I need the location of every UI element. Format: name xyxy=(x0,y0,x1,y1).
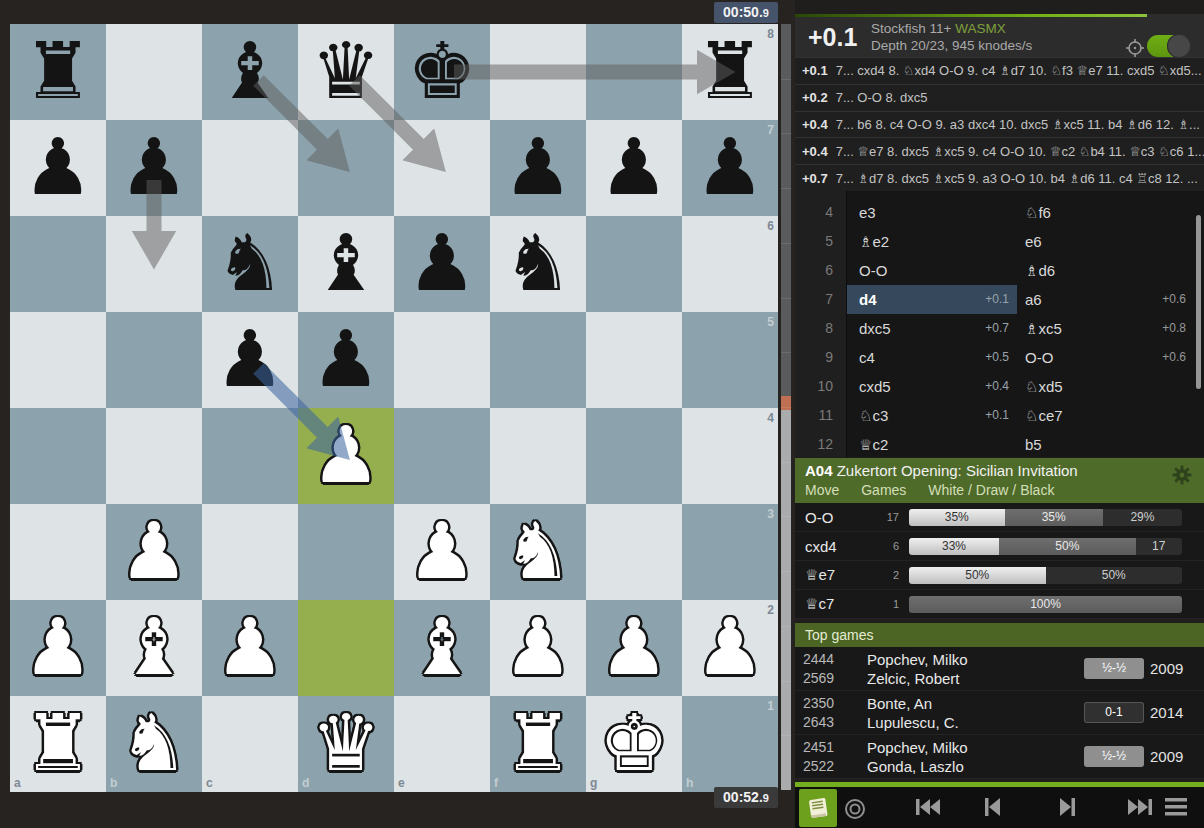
black-move-12[interactable]: b5 xyxy=(1017,430,1204,457)
black-move-7[interactable]: a6+0.6 xyxy=(1017,285,1204,314)
rank-label-2: 2 xyxy=(767,603,774,617)
square-b8[interactable] xyxy=(106,24,202,120)
file-label-d: d xyxy=(302,776,309,790)
black-pawn-b7[interactable]: ♟ xyxy=(106,120,202,216)
square-f8[interactable] xyxy=(490,24,586,120)
file-label-a: a xyxy=(14,776,21,790)
move-number: 6 xyxy=(795,256,847,285)
square-f2[interactable]: ♟ xyxy=(490,600,586,696)
rank-label-3: 3 xyxy=(767,507,774,521)
square-e5[interactable] xyxy=(394,312,490,408)
engine-box: +0.1 Stockfish 11+ WASMX Depth 20/23, 94… xyxy=(795,14,1204,57)
square-a3[interactable] xyxy=(10,504,106,600)
square-h6[interactable]: 6 xyxy=(682,216,778,312)
square-g1[interactable]: ♚g xyxy=(586,696,682,792)
step-back-button[interactable] xyxy=(981,795,1005,819)
square-b3[interactable]: ♟ xyxy=(106,504,202,600)
square-d4[interactable]: ♟ xyxy=(298,408,394,504)
move-row-3: 3♗b2d5 xyxy=(795,191,1204,198)
analysis-app-window: ♜♝♛♚♜8♟♟♟♟♟7♞♝♟♞6♟♟5♟4♟♟♞3♟♝♟♝♟♟♟2♜a♞bc♛… xyxy=(0,0,1204,828)
square-g5[interactable] xyxy=(586,312,682,408)
black-knight-c6[interactable]: ♞ xyxy=(202,216,298,312)
move-number: 5 xyxy=(795,227,847,256)
square-e3[interactable]: ♟ xyxy=(394,504,490,600)
square-e6[interactable]: ♟ xyxy=(394,216,490,312)
engine-line-3[interactable]: +0.47... b6 8. c4 O-O 9. a3 dxc4 10. dxc… xyxy=(795,111,1204,138)
move-number: 3 xyxy=(795,191,847,198)
white-pawn-c2[interactable]: ♟ xyxy=(202,600,298,696)
rank-label-7: 7 xyxy=(767,123,774,137)
line-moves: 7... ♗d7 8. dxc5 ♗xc5 9. a3 O-O 10. b4 ♗… xyxy=(836,171,1198,186)
white-king-g1[interactable]: ♚ xyxy=(586,696,682,792)
top-game-row[interactable]: 23502643Bonte, AnLupulescu, C.0-12014 xyxy=(795,691,1204,735)
explorer-settings-gear-icon[interactable] xyxy=(1172,465,1192,485)
move-number: 4 xyxy=(795,198,847,227)
game-year: 2009 xyxy=(1150,660,1204,677)
file-label-g: g xyxy=(590,776,597,790)
square-d6[interactable]: ♝ xyxy=(298,216,394,312)
result-segment-draw: 35% xyxy=(1005,509,1103,526)
square-d1[interactable]: ♛d xyxy=(298,696,394,792)
black-pawn-h7[interactable]: ♟ xyxy=(682,120,778,216)
engine-depth: Depth 20/23, 945 knodes/s xyxy=(871,37,1032,54)
white-move-7[interactable]: d4+0.1 xyxy=(847,285,1017,314)
square-h4[interactable]: 4 xyxy=(682,408,778,504)
result-badge: ½-½ xyxy=(1084,658,1144,679)
white-move-10[interactable]: cxd5+0.4 xyxy=(847,372,1017,401)
square-h2[interactable]: ♟2 xyxy=(682,600,778,696)
square-a4[interactable] xyxy=(10,408,106,504)
black-bishop-c8[interactable]: ♝ xyxy=(202,24,298,120)
explorer-games-count: 17 xyxy=(869,511,899,523)
square-a5[interactable] xyxy=(10,312,106,408)
explorer-move: ♕e7 xyxy=(805,566,869,584)
result-bar: 50%50% xyxy=(909,567,1182,584)
move-row-6: 6O-O♗d6 xyxy=(795,256,1204,285)
file-label-b: b xyxy=(110,776,117,790)
square-c8[interactable]: ♝ xyxy=(202,24,298,120)
square-h3[interactable]: 3 xyxy=(682,504,778,600)
col-results: White / Draw / Black xyxy=(928,482,1054,498)
square-a1[interactable]: ♜a xyxy=(10,696,106,792)
white-rook-f1[interactable]: ♜ xyxy=(490,696,586,792)
line-eval: +0.2 xyxy=(802,90,828,105)
rank-label-5: 5 xyxy=(767,315,774,329)
file-label-f: f xyxy=(494,776,498,790)
engine-line-2[interactable]: +0.27... O-O 8. dxc5 xyxy=(795,84,1204,111)
square-d8[interactable]: ♛ xyxy=(298,24,394,120)
result-segment-black: 17 xyxy=(1136,538,1182,555)
black-move-8[interactable]: ♗xc5+0.8 xyxy=(1017,314,1204,343)
black-queen-d8[interactable]: ♛ xyxy=(298,24,394,120)
black-bishop-d6[interactable]: ♝ xyxy=(298,216,394,312)
engine-line-1[interactable]: +0.17... cxd4 8. ♘xd4 O-O 9. c4 ♗d7 10. … xyxy=(795,57,1204,84)
square-h8[interactable]: ♜8 xyxy=(682,24,778,120)
result-segment-black: 29% xyxy=(1103,509,1182,526)
line-eval: +0.1 xyxy=(802,63,828,78)
engine-line-4[interactable]: +0.47... ♕e7 8. dxc5 ♗xc5 9. c4 O-O 10. … xyxy=(795,137,1204,164)
move-row-5: 5♗e2e6 xyxy=(795,227,1204,256)
square-e2[interactable]: ♝ xyxy=(394,600,490,696)
square-g3[interactable] xyxy=(586,504,682,600)
col-games: Games xyxy=(861,482,906,498)
square-c3[interactable] xyxy=(202,504,298,600)
line-eval: +0.4 xyxy=(802,117,828,132)
explorer-move: O-O xyxy=(805,509,869,526)
square-c1[interactable]: c xyxy=(202,696,298,792)
opening-explorer-header: A04 Zukertort Opening: Sicilian Invitati… xyxy=(795,458,1204,503)
move-number: 7 xyxy=(795,285,847,314)
result-segment-white: 50% xyxy=(909,567,1046,584)
white-move-9[interactable]: c4+0.5 xyxy=(847,343,1017,372)
top-game-row[interactable]: 24512522Popchev, MilkoGonda, Laszlo½-½20… xyxy=(795,735,1204,779)
square-e1[interactable]: e xyxy=(394,696,490,792)
black-rook-h8[interactable]: ♜ xyxy=(682,24,778,120)
player-ratings: 24512522 xyxy=(803,738,867,776)
black-clock: 00:50.9 xyxy=(714,2,778,23)
explorer-move-stats: O-O1735%35%29%cxd4633%50%17♕e7250%50%♕c7… xyxy=(795,503,1204,619)
black-rook-a8[interactable]: ♜ xyxy=(10,24,106,120)
top-games-list: 24442569Popchev, MilkoZelcic, Robert½-½2… xyxy=(795,647,1204,779)
black-knight-f6[interactable]: ♞ xyxy=(490,216,586,312)
white-bishop-e2[interactable]: ♝ xyxy=(394,600,490,696)
explorer-games-count: 6 xyxy=(869,540,899,552)
white-pawn-h2[interactable]: ♟ xyxy=(682,600,778,696)
move-number: 12 xyxy=(795,430,847,457)
result-segment-black: 50% xyxy=(1046,567,1183,584)
analysis-panel: +0.1 Stockfish 11+ WASMX Depth 20/23, 94… xyxy=(795,0,1204,828)
rank-label-4: 4 xyxy=(767,411,774,425)
player-ratings: 23502643 xyxy=(803,694,867,732)
square-d2[interactable] xyxy=(298,600,394,696)
practice-target-icon[interactable] xyxy=(1125,38,1145,58)
white-move-4[interactable]: e3 xyxy=(847,198,1017,227)
top-game-row[interactable]: 24442569Popchev, MilkoZelcic, Robert½-½2… xyxy=(795,647,1204,691)
square-a8[interactable]: ♜ xyxy=(10,24,106,120)
rank-label-6: 6 xyxy=(767,219,774,233)
book-icon xyxy=(806,796,830,820)
black-pawn-e6[interactable]: ♟ xyxy=(394,216,490,312)
file-label-e: e xyxy=(398,776,405,790)
top-games-header: Top games xyxy=(795,623,1204,647)
result-bar: 33%50%17 xyxy=(909,538,1182,555)
engine-line-5[interactable]: +0.77... ♗d7 8. dxc5 ♗xc5 9. a3 O-O 10. … xyxy=(795,164,1204,191)
engine-toggle-knob[interactable] xyxy=(1167,34,1191,58)
square-g6[interactable] xyxy=(586,216,682,312)
move-row-12: 12♕c2b5 xyxy=(795,430,1204,457)
square-h7[interactable]: ♟7 xyxy=(682,120,778,216)
game-year: 2014 xyxy=(1150,704,1204,721)
result-segment-draw: 100% xyxy=(909,596,1182,613)
chess-board[interactable]: ♜♝♛♚♜8♟♟♟♟♟7♞♝♟♞6♟♟5♟4♟♟♞3♟♝♟♝♟♟♟2♜a♞bc♛… xyxy=(10,24,778,792)
white-move-12[interactable]: ♕c2 xyxy=(847,430,1017,457)
white-pawn-b3[interactable]: ♟ xyxy=(106,504,202,600)
white-knight-f3[interactable]: ♞ xyxy=(490,504,586,600)
explorer-games-count: 1 xyxy=(869,598,899,610)
game-year: 2009 xyxy=(1150,748,1204,765)
square-h1[interactable]: 1h xyxy=(682,696,778,792)
explorer-row-♕c7[interactable]: ♕c71100% xyxy=(795,590,1204,619)
square-g7[interactable]: ♟ xyxy=(586,120,682,216)
file-label-h: h xyxy=(686,776,693,790)
result-badge: ½-½ xyxy=(1084,746,1144,767)
square-f4[interactable] xyxy=(490,408,586,504)
black-move-10[interactable]: ♘xd5 xyxy=(1017,372,1204,401)
square-e4[interactable] xyxy=(394,408,490,504)
square-f7[interactable]: ♟ xyxy=(490,120,586,216)
white-clock: 00:52.9 xyxy=(714,787,778,808)
square-b7[interactable]: ♟ xyxy=(106,120,202,216)
rank-label-8: 8 xyxy=(767,27,774,41)
eval-gauge-white xyxy=(781,410,791,790)
square-c7[interactable] xyxy=(202,120,298,216)
black-move-6[interactable]: ♗d6 xyxy=(1017,256,1204,285)
engine-eval: +0.1 xyxy=(808,23,857,52)
white-move-8[interactable]: dxc5+0.7 xyxy=(847,314,1017,343)
square-g8[interactable] xyxy=(586,24,682,120)
move-list[interactable]: 3♗b2d54e3♘f65♗e2e66O-O♗d67d4+0.1a6+0.68d… xyxy=(795,191,1204,457)
square-b1[interactable]: ♞b xyxy=(106,696,202,792)
move-row-10: 10cxd5+0.4♘xd5 xyxy=(795,372,1204,401)
white-pawn-a2[interactable]: ♟ xyxy=(10,600,106,696)
square-c4[interactable] xyxy=(202,408,298,504)
move-row-8: 8dxc5+0.7♗xc5+0.8 xyxy=(795,314,1204,343)
skip-to-last-button[interactable] xyxy=(1125,795,1155,819)
black-pawn-a7[interactable]: ♟ xyxy=(10,120,106,216)
result-segment-draw: 50% xyxy=(999,538,1136,555)
result-bar: 35%35%29% xyxy=(909,509,1182,526)
move-number: 10 xyxy=(795,372,847,401)
move-list-scrollbar[interactable] xyxy=(1196,215,1201,389)
square-c5[interactable]: ♟ xyxy=(202,312,298,408)
square-b4[interactable] xyxy=(106,408,202,504)
result-bar: 100% xyxy=(909,596,1182,613)
rank-label-1: 1 xyxy=(767,699,774,713)
opening-name: Zukertort Opening: Sicilian Invitation xyxy=(837,462,1078,479)
black-pawn-c5[interactable]: ♟ xyxy=(202,312,298,408)
white-knight-b1[interactable]: ♞ xyxy=(106,696,202,792)
opening-book-button[interactable] xyxy=(799,789,837,827)
black-move-9[interactable]: O-O+0.6 xyxy=(1017,343,1204,372)
file-label-c: c xyxy=(206,776,213,790)
white-move-3[interactable]: ♗b2 xyxy=(847,191,1017,198)
move-number: 8 xyxy=(795,314,847,343)
square-b2[interactable]: ♝ xyxy=(106,600,202,696)
engine-toggle[interactable] xyxy=(1147,35,1189,57)
line-moves: 7... b6 8. c4 O-O 9. a3 dxc4 10. dxc5 ♗x… xyxy=(836,117,1200,132)
move-row-4: 4e3♘f6 xyxy=(795,198,1204,227)
explorer-games-count: 2 xyxy=(869,569,899,581)
player-ratings: 24442569 xyxy=(803,650,867,688)
square-e7[interactable] xyxy=(394,120,490,216)
explorer-move: ♕c7 xyxy=(805,595,869,613)
white-move-11[interactable]: ♘c3+0.1 xyxy=(847,401,1017,430)
engine-variant: WASMX xyxy=(955,21,1006,36)
square-a6[interactable] xyxy=(10,216,106,312)
player-names: Popchev, MilkoGonda, Laszlo xyxy=(867,738,1084,776)
engine-progress-bar xyxy=(795,14,1147,17)
explorer-move: cxd4 xyxy=(805,538,869,555)
white-bishop-b2[interactable]: ♝ xyxy=(106,600,202,696)
line-moves: 7... cxd4 8. ♘xd4 O-O 9. c4 ♗d7 10. ♘f3 … xyxy=(836,63,1202,78)
white-queen-d1[interactable]: ♛ xyxy=(298,696,394,792)
square-b6[interactable] xyxy=(106,216,202,312)
engine-lines: +0.17... cxd4 8. ♘xd4 O-O 9. c4 ♗d7 10. … xyxy=(795,57,1204,191)
step-forward-button[interactable] xyxy=(1055,795,1079,819)
player-names: Bonte, AnLupulescu, C. xyxy=(867,694,1084,732)
black-move-11[interactable]: ♘ce7 xyxy=(1017,401,1204,430)
line-moves: 7... ♕e7 8. dxc5 ♗xc5 9. c4 O-O 10. ♕c2 … xyxy=(836,144,1204,159)
line-moves: 7... O-O 8. dxc5 xyxy=(836,90,928,105)
eval-gauge xyxy=(781,24,791,790)
white-move-6[interactable]: O-O xyxy=(847,256,1017,285)
black-pawn-g7[interactable]: ♟ xyxy=(586,120,682,216)
black-pawn-f7[interactable]: ♟ xyxy=(490,120,586,216)
line-eval: +0.7 xyxy=(802,171,828,186)
move-row-9: 9c4+0.5O-O+0.6 xyxy=(795,343,1204,372)
bottom-toolbar xyxy=(795,787,1204,828)
move-number: 11 xyxy=(795,401,847,430)
square-d3[interactable] xyxy=(298,504,394,600)
explorer-row-cxd4[interactable]: cxd4633%50%17 xyxy=(795,532,1204,561)
square-f3[interactable]: ♞ xyxy=(490,504,586,600)
move-number: 9 xyxy=(795,343,847,372)
black-move-3[interactable]: d5 xyxy=(1017,191,1204,198)
square-c6[interactable]: ♞ xyxy=(202,216,298,312)
target-record-icon[interactable] xyxy=(843,797,867,821)
move-row-11: 11♘c3+0.1♘ce7 xyxy=(795,401,1204,430)
move-row-7: 7d4+0.1a6+0.6 xyxy=(795,285,1204,314)
white-pawn-d4[interactable]: ♟ xyxy=(298,408,394,504)
engine-name: Stockfish 11+ xyxy=(871,21,951,36)
black-move-5[interactable]: e6 xyxy=(1017,227,1204,256)
white-pawn-e3[interactable]: ♟ xyxy=(394,504,490,600)
square-f5[interactable] xyxy=(490,312,586,408)
explorer-row-O-O[interactable]: O-O1735%35%29% xyxy=(795,503,1204,532)
line-eval: +0.4 xyxy=(802,144,828,159)
square-c2[interactable]: ♟ xyxy=(202,600,298,696)
explorer-row-♕e7[interactable]: ♕e7250%50% xyxy=(795,561,1204,590)
square-d7[interactable] xyxy=(298,120,394,216)
white-move-5[interactable]: ♗e2 xyxy=(847,227,1017,256)
square-g2[interactable]: ♟ xyxy=(586,600,682,696)
square-g4[interactable] xyxy=(586,408,682,504)
black-move-4[interactable]: ♘f6 xyxy=(1017,198,1204,227)
black-pawn-d5[interactable]: ♟ xyxy=(298,312,394,408)
square-a2[interactable]: ♟ xyxy=(10,600,106,696)
col-move: Move xyxy=(805,482,839,498)
square-h5[interactable]: 5 xyxy=(682,312,778,408)
player-names: Popchev, MilkoZelcic, Robert xyxy=(867,650,1084,688)
result-badge: 0-1 xyxy=(1084,702,1144,723)
result-segment-white: 33% xyxy=(909,538,999,555)
white-rook-a1[interactable]: ♜ xyxy=(10,696,106,792)
result-segment-white: 35% xyxy=(909,509,1005,526)
eco-code: A04 xyxy=(805,462,833,479)
menu-button[interactable] xyxy=(1163,796,1189,818)
black-king-e8[interactable]: ♚ xyxy=(394,24,490,120)
square-b5[interactable] xyxy=(106,312,202,408)
square-f6[interactable]: ♞ xyxy=(490,216,586,312)
square-f1[interactable]: ♜f xyxy=(490,696,586,792)
square-a7[interactable]: ♟ xyxy=(10,120,106,216)
square-e8[interactable]: ♚ xyxy=(394,24,490,120)
white-pawn-g2[interactable]: ♟ xyxy=(586,600,682,696)
white-pawn-f2[interactable]: ♟ xyxy=(490,600,586,696)
square-d5[interactable]: ♟ xyxy=(298,312,394,408)
skip-to-first-button[interactable] xyxy=(913,795,943,819)
